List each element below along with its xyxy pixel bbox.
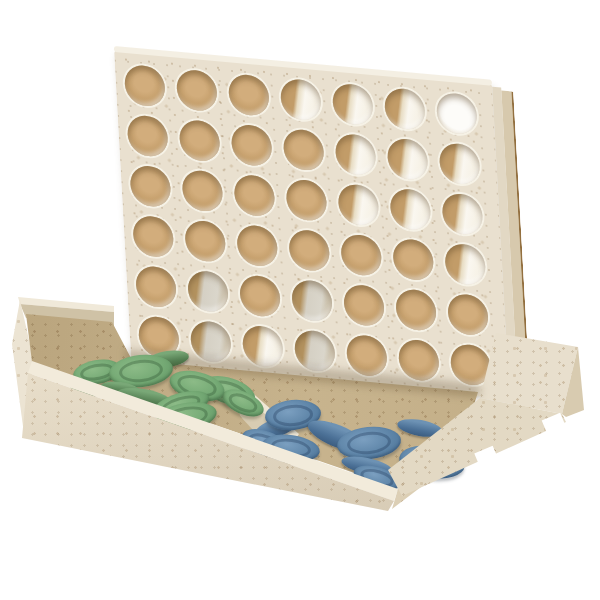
hole-r2-c6 — [387, 137, 429, 181]
hole-r2-c2 — [179, 119, 221, 163]
hole-r3-c1 — [129, 164, 171, 208]
hole-r5-c6 — [395, 288, 437, 332]
game-board — [114, 50, 510, 399]
hole-r2-c4 — [283, 128, 325, 172]
hole-r4-c1 — [132, 215, 174, 259]
hole-r1-c6 — [384, 87, 426, 131]
hole-r3-c5 — [337, 183, 379, 227]
hole-r3-c2 — [181, 169, 223, 213]
hole-r1-c2 — [176, 69, 218, 113]
board-hole-grid — [117, 58, 498, 392]
hole-r1-c3 — [228, 73, 270, 117]
hole-r5-c1 — [135, 265, 177, 309]
hole-r5-c7 — [447, 293, 489, 337]
hole-r3-c4 — [285, 178, 327, 222]
hole-r4-c3 — [236, 224, 278, 268]
hole-r3-c3 — [233, 174, 275, 218]
hole-r2-c1 — [127, 114, 169, 158]
hole-r5-c4 — [291, 279, 333, 323]
hole-r5-c2 — [187, 270, 229, 314]
connect-four-travel-set — [0, 0, 600, 600]
hole-r3-c7 — [441, 192, 483, 236]
hole-r4-c2 — [184, 219, 226, 263]
hole-r6-c6 — [398, 338, 440, 382]
hole-r4-c5 — [340, 233, 382, 277]
hole-r5-c3 — [239, 274, 281, 318]
hole-r5-c5 — [343, 283, 385, 327]
hole-r6-c5 — [346, 334, 388, 378]
hole-r1-c5 — [332, 82, 374, 126]
hole-r4-c6 — [392, 238, 434, 282]
hole-r1-c4 — [280, 78, 322, 122]
hole-r3-c6 — [389, 188, 431, 232]
hole-r4-c4 — [288, 229, 330, 273]
hole-r2-c3 — [231, 123, 273, 167]
hole-r2-c7 — [439, 142, 481, 186]
hole-r1-c1 — [124, 64, 166, 108]
hole-r1-c7 — [436, 92, 478, 136]
hole-r2-c5 — [335, 133, 377, 177]
hole-r4-c7 — [444, 242, 486, 286]
